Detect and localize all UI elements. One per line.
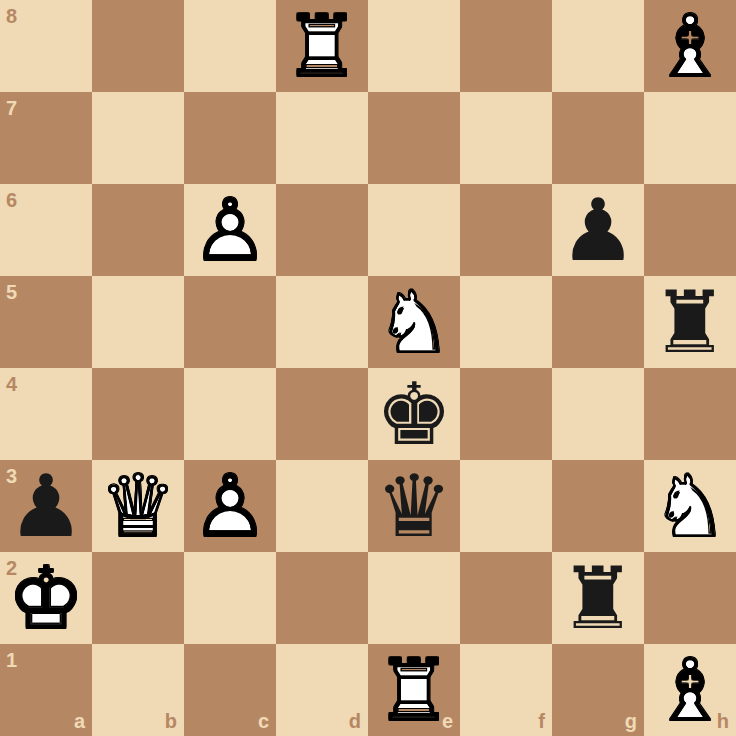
- piece-glyph-outline: ♔: [0, 552, 92, 644]
- piece-glyph-outline: ♖: [368, 644, 460, 736]
- piece-black-rook[interactable]: ♜: [644, 276, 736, 368]
- piece-black-pawn[interactable]: ♟: [552, 184, 644, 276]
- square-h1[interactable]: h♝♗: [644, 644, 736, 736]
- square-e5[interactable]: ♞♘: [368, 276, 460, 368]
- square-c6[interactable]: ♟♙: [184, 184, 276, 276]
- piece-glyph-outline: ♗: [644, 0, 736, 92]
- piece-glyph-outline: ♗: [644, 644, 736, 736]
- square-f6[interactable]: [460, 184, 552, 276]
- piece-glyph-outline: ♘: [368, 276, 460, 368]
- square-a3[interactable]: 3♟: [0, 460, 92, 552]
- square-f4[interactable]: [460, 368, 552, 460]
- square-f1[interactable]: f: [460, 644, 552, 736]
- piece-black-rook[interactable]: ♜: [552, 552, 644, 644]
- square-c1[interactable]: c: [184, 644, 276, 736]
- square-a2[interactable]: 2♚♔: [0, 552, 92, 644]
- square-g4[interactable]: [552, 368, 644, 460]
- square-b4[interactable]: [92, 368, 184, 460]
- square-f2[interactable]: [460, 552, 552, 644]
- piece-glyph: ♟: [552, 184, 644, 276]
- square-g7[interactable]: [552, 92, 644, 184]
- square-d5[interactable]: [276, 276, 368, 368]
- square-h8[interactable]: ♝♗: [644, 0, 736, 92]
- square-c7[interactable]: [184, 92, 276, 184]
- square-g8[interactable]: [552, 0, 644, 92]
- square-h2[interactable]: [644, 552, 736, 644]
- piece-white-knight[interactable]: ♞♘: [644, 460, 736, 552]
- piece-glyph-outline: ♙: [184, 184, 276, 276]
- file-label-g: g: [625, 711, 637, 731]
- square-b3[interactable]: ♛♕: [92, 460, 184, 552]
- piece-white-rook[interactable]: ♜♖: [276, 0, 368, 92]
- square-b5[interactable]: [92, 276, 184, 368]
- square-b6[interactable]: [92, 184, 184, 276]
- square-a6[interactable]: 6: [0, 184, 92, 276]
- piece-white-king[interactable]: ♚♔: [0, 552, 92, 644]
- piece-glyph: ♟: [0, 460, 92, 552]
- file-label-d: d: [349, 711, 361, 731]
- piece-black-king[interactable]: ♚: [368, 368, 460, 460]
- piece-glyph: ♜: [644, 276, 736, 368]
- piece-white-knight[interactable]: ♞♘: [368, 276, 460, 368]
- square-h4[interactable]: [644, 368, 736, 460]
- square-a8[interactable]: 8: [0, 0, 92, 92]
- piece-glyph-outline: ♖: [276, 0, 368, 92]
- square-e7[interactable]: [368, 92, 460, 184]
- square-e6[interactable]: [368, 184, 460, 276]
- square-b8[interactable]: [92, 0, 184, 92]
- piece-white-rook[interactable]: ♜♖: [368, 644, 460, 736]
- square-f7[interactable]: [460, 92, 552, 184]
- rank-label-8: 8: [6, 6, 17, 26]
- square-b7[interactable]: [92, 92, 184, 184]
- square-f3[interactable]: [460, 460, 552, 552]
- square-c4[interactable]: [184, 368, 276, 460]
- square-e8[interactable]: [368, 0, 460, 92]
- piece-glyph: ♛: [368, 460, 460, 552]
- piece-black-queen[interactable]: ♛: [368, 460, 460, 552]
- square-f5[interactable]: [460, 276, 552, 368]
- rank-label-7: 7: [6, 98, 17, 118]
- piece-white-bishop[interactable]: ♝♗: [644, 644, 736, 736]
- square-h5[interactable]: ♜: [644, 276, 736, 368]
- square-b2[interactable]: [92, 552, 184, 644]
- square-d1[interactable]: d: [276, 644, 368, 736]
- square-b1[interactable]: b: [92, 644, 184, 736]
- square-h3[interactable]: ♞♘: [644, 460, 736, 552]
- square-d7[interactable]: [276, 92, 368, 184]
- square-d4[interactable]: [276, 368, 368, 460]
- rank-label-4: 4: [6, 374, 17, 394]
- square-c8[interactable]: [184, 0, 276, 92]
- piece-white-queen[interactable]: ♛♕: [92, 460, 184, 552]
- square-d3[interactable]: [276, 460, 368, 552]
- rank-label-5: 5: [6, 282, 17, 302]
- square-g1[interactable]: g: [552, 644, 644, 736]
- square-a4[interactable]: 4: [0, 368, 92, 460]
- square-h7[interactable]: [644, 92, 736, 184]
- square-e2[interactable]: [368, 552, 460, 644]
- square-e4[interactable]: ♚: [368, 368, 460, 460]
- square-d6[interactable]: [276, 184, 368, 276]
- piece-glyph: ♚: [368, 368, 460, 460]
- square-h6[interactable]: [644, 184, 736, 276]
- square-c2[interactable]: [184, 552, 276, 644]
- rank-label-1: 1: [6, 650, 17, 670]
- square-a7[interactable]: 7: [0, 92, 92, 184]
- square-d2[interactable]: [276, 552, 368, 644]
- piece-glyph-outline: ♕: [92, 460, 184, 552]
- piece-white-pawn[interactable]: ♟♙: [184, 460, 276, 552]
- piece-black-pawn[interactable]: ♟: [0, 460, 92, 552]
- file-label-a: a: [74, 711, 85, 731]
- square-e1[interactable]: e♜♖: [368, 644, 460, 736]
- piece-glyph-outline: ♙: [184, 460, 276, 552]
- piece-glyph-outline: ♘: [644, 460, 736, 552]
- square-a5[interactable]: 5: [0, 276, 92, 368]
- file-label-c: c: [258, 711, 269, 731]
- square-f8[interactable]: [460, 0, 552, 92]
- square-e3[interactable]: ♛: [368, 460, 460, 552]
- file-label-f: f: [538, 711, 545, 731]
- square-g3[interactable]: [552, 460, 644, 552]
- piece-glyph: ♜: [552, 552, 644, 644]
- piece-white-pawn[interactable]: ♟♙: [184, 184, 276, 276]
- square-c5[interactable]: [184, 276, 276, 368]
- square-g5[interactable]: [552, 276, 644, 368]
- rank-label-6: 6: [6, 190, 17, 210]
- piece-white-bishop[interactable]: ♝♗: [644, 0, 736, 92]
- file-label-b: b: [165, 711, 177, 731]
- square-d8[interactable]: ♜♖: [276, 0, 368, 92]
- square-g6[interactable]: ♟: [552, 184, 644, 276]
- square-a1[interactable]: 1a: [0, 644, 92, 736]
- square-g2[interactable]: ♜: [552, 552, 644, 644]
- square-c3[interactable]: ♟♙: [184, 460, 276, 552]
- chess-board: 8♜♖♝♗76♟♙♟5♞♘♜4♚3♟♛♕♟♙♛♞♘2♚♔♜1abcde♜♖fgh…: [0, 0, 736, 736]
